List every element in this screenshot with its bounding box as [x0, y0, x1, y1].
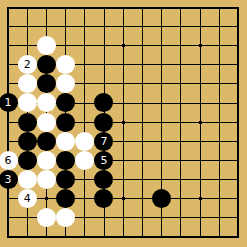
- board-intersection: 2: [18, 55, 37, 74]
- board-intersection: [37, 113, 56, 132]
- stone-white: [37, 151, 56, 170]
- board-intersection: [94, 170, 113, 189]
- board-intersection: [152, 189, 171, 208]
- stone-black: [94, 189, 113, 208]
- stone-white: [18, 170, 37, 189]
- board-intersection: [37, 151, 56, 170]
- board-intersection: [94, 93, 113, 112]
- stone-white: [37, 36, 56, 55]
- stone-white: [75, 151, 94, 170]
- board-intersection: [56, 93, 75, 112]
- stone-black: [56, 151, 75, 170]
- board-intersection: [18, 132, 37, 151]
- board-intersection: [56, 151, 75, 170]
- board-intersection: [37, 170, 56, 189]
- stone-black: 1: [0, 93, 18, 112]
- board-intersection: [18, 93, 37, 112]
- board-intersection: [37, 208, 56, 227]
- stone-black: [56, 170, 75, 189]
- stone-black: [18, 132, 37, 151]
- move-number-label: 7: [100, 136, 107, 147]
- board-intersection: [75, 151, 94, 170]
- stone-black: [37, 74, 56, 93]
- move-number-label: 1: [5, 97, 12, 108]
- stone-black: [94, 93, 113, 112]
- board-intersection: [56, 170, 75, 189]
- board-intersection: [18, 170, 37, 189]
- move-number-label: 5: [100, 155, 107, 166]
- board-intersection: [18, 151, 37, 170]
- stone-black: [37, 132, 56, 151]
- board-intersection: 4: [18, 189, 37, 208]
- stone-black: 5: [94, 151, 113, 170]
- stone-white: [37, 208, 56, 227]
- board-intersection: [56, 55, 75, 74]
- board-intersection: 3: [0, 170, 18, 189]
- board-intersection: [18, 74, 37, 93]
- board-intersection: [37, 132, 56, 151]
- stone-white: [37, 170, 56, 189]
- stone-black: [94, 170, 113, 189]
- stone-white: 6: [0, 151, 18, 170]
- stone-black: [56, 189, 75, 208]
- stone-white: [37, 93, 56, 112]
- board-intersection: [37, 36, 56, 55]
- stone-black: [152, 189, 171, 208]
- stone-black: [56, 93, 75, 112]
- board-intersection: [56, 208, 75, 227]
- board-intersection: [94, 113, 113, 132]
- stone-white: [37, 113, 56, 132]
- stone-black: [18, 151, 37, 170]
- stone-black: [37, 55, 56, 74]
- stone-white: [56, 74, 75, 93]
- board-intersection: [37, 74, 56, 93]
- board-intersection: [18, 113, 37, 132]
- board-intersection: [37, 55, 56, 74]
- board-intersection: [94, 189, 113, 208]
- go-board: 2176534: [0, 0, 247, 247]
- stone-white: 2: [18, 55, 37, 74]
- stone-white: [18, 93, 37, 112]
- board-intersection: [37, 93, 56, 112]
- stone-white: [18, 74, 37, 93]
- move-number-label: 2: [24, 59, 31, 70]
- board-intersection: 7: [94, 132, 113, 151]
- board-intersection: [56, 189, 75, 208]
- stone-black: [94, 113, 113, 132]
- stone-white: [75, 132, 94, 151]
- board-intersection: 1: [0, 93, 18, 112]
- board-intersection: [56, 74, 75, 93]
- board-intersection: 5: [94, 151, 113, 170]
- board-intersection: [56, 132, 75, 151]
- stone-black: [56, 113, 75, 132]
- stone-black: [18, 113, 37, 132]
- board-intersection: [56, 113, 75, 132]
- board-intersection: [75, 132, 94, 151]
- stone-white: [56, 55, 75, 74]
- stones-layer: 2176534: [0, 0, 247, 246]
- move-number-label: 6: [5, 155, 12, 166]
- stone-white: [56, 132, 75, 151]
- move-number-label: 3: [5, 174, 12, 185]
- board-intersection: 6: [0, 151, 18, 170]
- stone-black: 3: [0, 170, 18, 189]
- stone-white: [56, 208, 75, 227]
- move-number-label: 4: [24, 193, 31, 204]
- stone-white: 4: [18, 189, 37, 208]
- stone-black: 7: [94, 132, 113, 151]
